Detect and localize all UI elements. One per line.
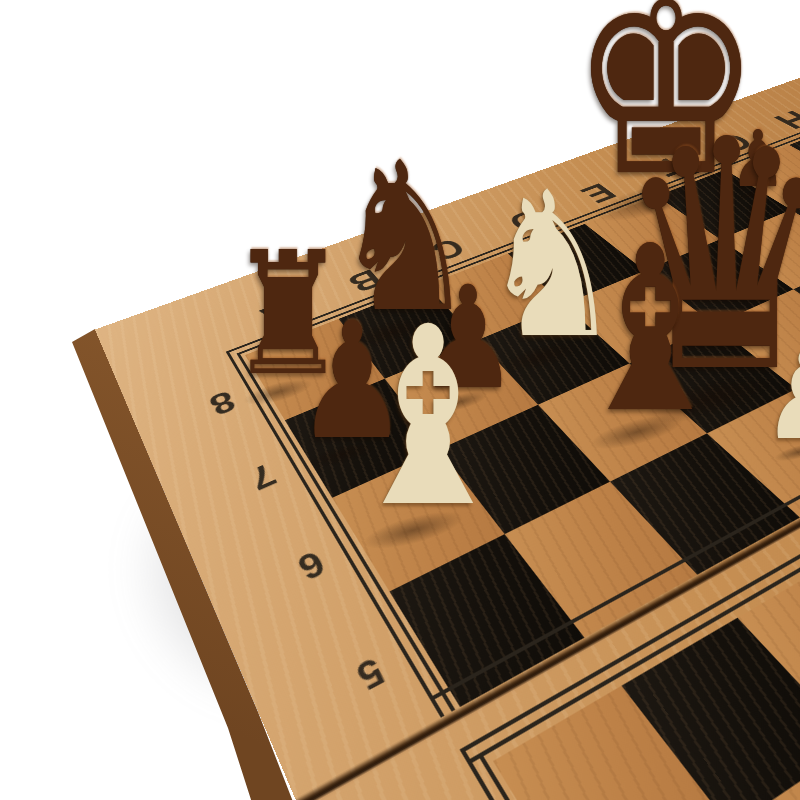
piece-shadow bbox=[343, 495, 483, 564]
piece-shadow bbox=[731, 183, 775, 205]
pieces-layer: ♜♞♚♟♟♟♞♝♝♛♟ bbox=[0, 0, 800, 800]
piece-shadow bbox=[764, 435, 800, 469]
chess-board-photo: ABCDEFGH87654321 ♜♞♚♟♟♟♞♝♝♛♟ bbox=[0, 0, 800, 800]
piece-shadow bbox=[483, 329, 597, 385]
piece-shadow bbox=[572, 163, 728, 239]
piece-shadow bbox=[230, 368, 326, 415]
piece-shadow bbox=[419, 383, 499, 422]
piece-shadow bbox=[297, 432, 388, 477]
piece-black-rook-a8: ♜ bbox=[229, 230, 348, 400]
piece-black-knight-b8: ♞ bbox=[333, 136, 477, 342]
piece-black-pawn-b7: ♟ bbox=[418, 268, 517, 410]
piece-shadow bbox=[334, 303, 451, 360]
